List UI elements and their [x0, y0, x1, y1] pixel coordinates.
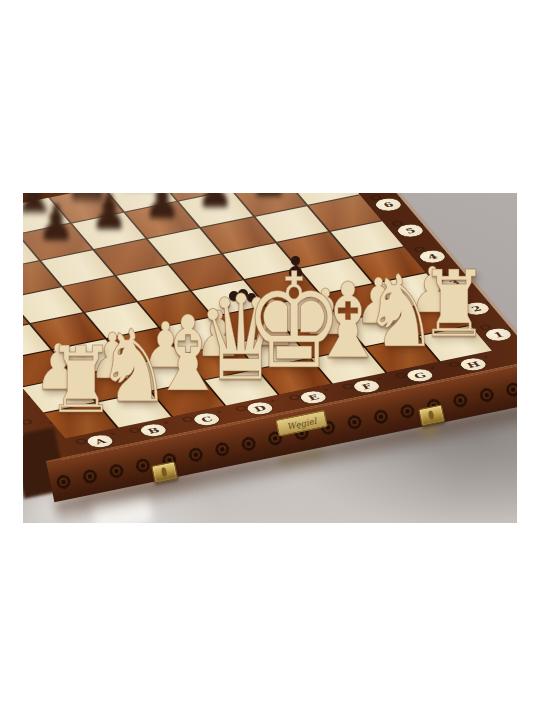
rank-label-1: 1	[481, 326, 516, 343]
chess-set-photo: ABCDEFGH12345678 Węgiel ♜♞♝♛♚♝♞♜♟♟♟♟♟♟♟♟…	[23, 193, 517, 523]
rank-label-3: 3	[437, 274, 472, 291]
rank-label-5: 5	[393, 222, 428, 239]
rank-label-6: 6	[371, 196, 406, 213]
brass-clasp-left-icon	[151, 461, 178, 483]
brand-plaque: Węgiel	[275, 410, 327, 437]
photo-page: ABCDEFGH12345678 Węgiel ♜♞♝♛♚♝♞♜♟♟♟♟♟♟♟♟…	[0, 0, 540, 720]
brand-plaque-text: Węgiel	[286, 415, 317, 431]
brass-clasp-right-icon	[418, 404, 445, 426]
rank-label-2: 2	[459, 300, 494, 317]
rank-label-4: 4	[415, 248, 450, 265]
